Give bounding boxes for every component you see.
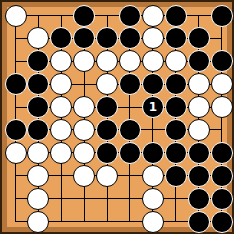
black-stone[interactable] [165,73,187,95]
black-stone[interactable] [119,119,141,141]
black-stone[interactable] [188,211,210,233]
white-stone[interactable] [96,165,118,187]
white-stone[interactable] [96,73,118,95]
white-stone[interactable] [142,165,164,187]
black-stone[interactable] [5,73,27,95]
white-stone[interactable] [96,50,118,72]
black-stone[interactable] [188,188,210,210]
black-stone[interactable] [188,142,210,164]
black-stone[interactable] [96,27,118,49]
white-stone[interactable] [142,5,164,27]
black-stone[interactable] [50,27,72,49]
black-stone[interactable] [5,119,27,141]
white-stone[interactable] [73,96,95,118]
white-stone[interactable] [73,165,95,187]
black-stone[interactable] [188,165,210,187]
white-stone[interactable] [50,73,72,95]
white-stone[interactable] [27,142,49,164]
black-stone[interactable] [211,142,233,164]
white-stone[interactable] [188,96,210,118]
black-stone[interactable] [73,27,95,49]
black-stone[interactable] [211,165,233,187]
black-stone[interactable] [73,5,95,27]
black-stone[interactable] [27,50,49,72]
white-stone[interactable] [119,50,141,72]
marked-stone-1[interactable]: 1 [142,96,164,118]
white-stone[interactable] [50,142,72,164]
black-stone[interactable] [96,96,118,118]
go-board: 1 [0,0,234,234]
white-stone[interactable] [188,119,210,141]
black-stone[interactable] [165,96,187,118]
white-stone[interactable] [50,50,72,72]
white-stone[interactable] [5,5,27,27]
white-stone[interactable] [27,188,49,210]
white-stone[interactable] [27,27,49,49]
black-stone[interactable] [211,211,233,233]
white-stone[interactable] [73,50,95,72]
white-stone[interactable] [142,27,164,49]
black-stone[interactable] [96,119,118,141]
black-stone[interactable] [165,142,187,164]
white-stone[interactable] [27,165,49,187]
black-stone[interactable] [27,96,49,118]
white-stone[interactable] [142,188,164,210]
white-stone[interactable] [5,142,27,164]
black-stone[interactable] [119,27,141,49]
black-stone[interactable] [27,119,49,141]
black-stone[interactable] [96,142,118,164]
black-stone[interactable] [119,5,141,27]
board-wood: 1 [7,7,227,227]
white-stone[interactable] [73,119,95,141]
black-stone[interactable] [188,50,210,72]
white-stone[interactable] [142,211,164,233]
black-stone[interactable] [142,142,164,164]
white-stone[interactable] [188,73,210,95]
white-stone[interactable] [27,211,49,233]
white-stone[interactable] [73,142,95,164]
black-stone[interactable] [211,50,233,72]
black-stone[interactable] [165,27,187,49]
black-stone[interactable] [211,5,233,27]
white-stone[interactable] [165,50,187,72]
white-stone[interactable] [211,96,233,118]
black-stone[interactable] [188,27,210,49]
black-stone[interactable] [211,188,233,210]
black-stone[interactable] [119,73,141,95]
white-stone[interactable] [50,96,72,118]
black-stone[interactable] [165,165,187,187]
black-stone[interactable] [142,73,164,95]
white-stone[interactable] [50,119,72,141]
white-stone[interactable] [142,50,164,72]
black-stone[interactable] [165,5,187,27]
black-stone[interactable] [27,73,49,95]
white-stone[interactable] [211,73,233,95]
black-stone[interactable] [119,142,141,164]
black-stone[interactable] [165,119,187,141]
